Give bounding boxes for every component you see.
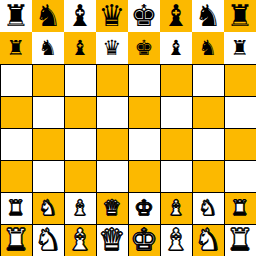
- piece-black-bishop[interactable]: ♝: [163, 0, 190, 32]
- square-a2[interactable]: ♜: [0, 192, 32, 224]
- square-a6[interactable]: [0, 64, 32, 96]
- piece-white-pawn[interactable]: ♜: [231, 192, 250, 224]
- square-g4[interactable]: [192, 128, 224, 160]
- piece-white-bishop[interactable]: ♝: [163, 224, 190, 256]
- square-d3[interactable]: [96, 160, 128, 192]
- piece-black-pawn[interactable]: ♝: [71, 32, 90, 64]
- square-f2[interactable]: ♝: [160, 192, 192, 224]
- square-e3[interactable]: [128, 160, 160, 192]
- square-b4[interactable]: [32, 128, 64, 160]
- square-b5[interactable]: [32, 96, 64, 128]
- piece-black-pawn[interactable]: ♜: [231, 32, 250, 64]
- square-g7[interactable]: ♞: [192, 32, 224, 64]
- square-d6[interactable]: [96, 64, 128, 96]
- piece-white-pawn[interactable]: ♝: [71, 192, 90, 224]
- square-h7[interactable]: ♜: [224, 32, 256, 64]
- square-f5[interactable]: [160, 96, 192, 128]
- square-c4[interactable]: [64, 128, 96, 160]
- square-b6[interactable]: [32, 64, 64, 96]
- square-a3[interactable]: [0, 160, 32, 192]
- square-c3[interactable]: [64, 160, 96, 192]
- piece-white-pawn[interactable]: ♞: [199, 192, 218, 224]
- piece-white-queen[interactable]: ♛: [99, 224, 126, 256]
- square-b3[interactable]: [32, 160, 64, 192]
- square-c1[interactable]: ♝: [64, 224, 96, 256]
- square-e8[interactable]: ♚: [128, 0, 160, 32]
- square-e4[interactable]: [128, 128, 160, 160]
- square-f1[interactable]: ♝: [160, 224, 192, 256]
- piece-white-pawn[interactable]: ♚: [135, 192, 154, 224]
- square-h5[interactable]: [224, 96, 256, 128]
- piece-black-queen[interactable]: ♛: [99, 0, 126, 32]
- square-d4[interactable]: [96, 128, 128, 160]
- square-c6[interactable]: [64, 64, 96, 96]
- square-f3[interactable]: [160, 160, 192, 192]
- piece-black-pawn[interactable]: ♜: [7, 32, 26, 64]
- piece-white-king[interactable]: ♚: [131, 224, 158, 256]
- square-h3[interactable]: [224, 160, 256, 192]
- square-g6[interactable]: [192, 64, 224, 96]
- piece-white-rook[interactable]: ♜: [3, 224, 30, 256]
- square-c2[interactable]: ♝: [64, 192, 96, 224]
- square-e1[interactable]: ♚: [128, 224, 160, 256]
- square-e5[interactable]: [128, 96, 160, 128]
- piece-black-rook[interactable]: ♜: [227, 0, 254, 32]
- piece-black-pawn[interactable]: ♛: [103, 32, 122, 64]
- square-c7[interactable]: ♝: [64, 32, 96, 64]
- piece-white-rook[interactable]: ♜: [227, 224, 254, 256]
- square-f4[interactable]: [160, 128, 192, 160]
- piece-black-pawn[interactable]: ♞: [199, 32, 218, 64]
- square-d2[interactable]: ♛: [96, 192, 128, 224]
- piece-white-bishop[interactable]: ♝: [67, 224, 94, 256]
- piece-black-king[interactable]: ♚: [131, 0, 158, 32]
- square-b1[interactable]: ♞: [32, 224, 64, 256]
- square-f7[interactable]: ♝: [160, 32, 192, 64]
- square-d8[interactable]: ♛: [96, 0, 128, 32]
- square-g5[interactable]: [192, 96, 224, 128]
- chess-board: ♜♞♝♛♚♝♞♜♜♞♝♛♚♝♞♜♜♞♝♛♚♝♞♜♜♞♝♛♚♝♞♜: [0, 0, 256, 256]
- square-e7[interactable]: ♚: [128, 32, 160, 64]
- piece-black-bishop[interactable]: ♝: [67, 0, 94, 32]
- square-c8[interactable]: ♝: [64, 0, 96, 32]
- square-c5[interactable]: [64, 96, 96, 128]
- square-b7[interactable]: ♞: [32, 32, 64, 64]
- piece-black-rook[interactable]: ♜: [3, 0, 30, 32]
- square-h8[interactable]: ♜: [224, 0, 256, 32]
- square-g1[interactable]: ♞: [192, 224, 224, 256]
- piece-white-knight[interactable]: ♞: [195, 224, 222, 256]
- piece-white-pawn[interactable]: ♜: [7, 192, 26, 224]
- square-h1[interactable]: ♜: [224, 224, 256, 256]
- piece-white-pawn[interactable]: ♝: [167, 192, 186, 224]
- square-d5[interactable]: [96, 96, 128, 128]
- square-b2[interactable]: ♞: [32, 192, 64, 224]
- square-a1[interactable]: ♜: [0, 224, 32, 256]
- square-b8[interactable]: ♞: [32, 0, 64, 32]
- piece-black-knight[interactable]: ♞: [35, 0, 62, 32]
- square-a7[interactable]: ♜: [0, 32, 32, 64]
- square-h2[interactable]: ♜: [224, 192, 256, 224]
- piece-white-pawn[interactable]: ♛: [103, 192, 122, 224]
- square-d1[interactable]: ♛: [96, 224, 128, 256]
- square-a4[interactable]: [0, 128, 32, 160]
- piece-black-pawn[interactable]: ♚: [135, 32, 154, 64]
- square-a5[interactable]: [0, 96, 32, 128]
- piece-black-pawn[interactable]: ♝: [167, 32, 186, 64]
- square-d7[interactable]: ♛: [96, 32, 128, 64]
- square-h4[interactable]: [224, 128, 256, 160]
- square-f8[interactable]: ♝: [160, 0, 192, 32]
- square-g3[interactable]: [192, 160, 224, 192]
- square-g8[interactable]: ♞: [192, 0, 224, 32]
- square-h6[interactable]: [224, 64, 256, 96]
- square-f6[interactable]: [160, 64, 192, 96]
- piece-black-pawn[interactable]: ♞: [39, 32, 58, 64]
- piece-white-knight[interactable]: ♞: [35, 224, 62, 256]
- square-a8[interactable]: ♜: [0, 0, 32, 32]
- square-e6[interactable]: [128, 64, 160, 96]
- piece-white-pawn[interactable]: ♞: [39, 192, 58, 224]
- piece-black-knight[interactable]: ♞: [195, 0, 222, 32]
- square-g2[interactable]: ♞: [192, 192, 224, 224]
- square-e2[interactable]: ♚: [128, 192, 160, 224]
